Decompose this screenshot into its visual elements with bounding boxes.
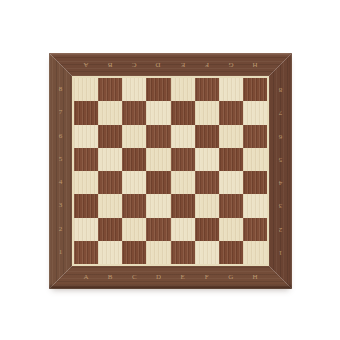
square-f2 bbox=[195, 218, 219, 241]
product-photo-background: ABCDEFGH ABCDEFGH 87654321 87654321 bbox=[0, 0, 340, 340]
square-h7 bbox=[243, 101, 267, 124]
square-b3 bbox=[98, 194, 122, 217]
file-label: G bbox=[219, 266, 243, 289]
square-c1 bbox=[122, 241, 146, 264]
rank-label: 4 bbox=[49, 171, 72, 194]
square-e6 bbox=[171, 125, 195, 148]
square-d6 bbox=[146, 125, 170, 148]
square-b5 bbox=[98, 148, 122, 171]
square-a4 bbox=[74, 171, 98, 194]
square-c2 bbox=[122, 218, 146, 241]
rank-label: 5 bbox=[269, 148, 292, 171]
rank-label: 1 bbox=[269, 241, 292, 264]
square-a1 bbox=[74, 241, 98, 264]
square-e7 bbox=[171, 101, 195, 124]
square-a7 bbox=[74, 101, 98, 124]
square-e8 bbox=[171, 78, 195, 101]
square-b1 bbox=[98, 241, 122, 264]
rank-label: 2 bbox=[49, 218, 72, 241]
file-label: C bbox=[122, 266, 146, 289]
square-c6 bbox=[122, 125, 146, 148]
square-h4 bbox=[243, 171, 267, 194]
rank-label: 4 bbox=[269, 171, 292, 194]
playing-field bbox=[72, 76, 269, 266]
file-label: E bbox=[171, 266, 195, 289]
rank-label: 5 bbox=[49, 148, 72, 171]
file-label: A bbox=[74, 53, 98, 76]
square-e3 bbox=[171, 194, 195, 217]
rank-label: 8 bbox=[269, 78, 292, 101]
square-h6 bbox=[243, 125, 267, 148]
square-h8 bbox=[243, 78, 267, 101]
square-d3 bbox=[146, 194, 170, 217]
square-d2 bbox=[146, 218, 170, 241]
square-f7 bbox=[195, 101, 219, 124]
square-c4 bbox=[122, 171, 146, 194]
file-label: F bbox=[195, 266, 219, 289]
square-c7 bbox=[122, 101, 146, 124]
square-f5 bbox=[195, 148, 219, 171]
square-b2 bbox=[98, 218, 122, 241]
rank-labels-right: 87654321 bbox=[269, 78, 292, 264]
file-label: B bbox=[98, 53, 122, 76]
square-b7 bbox=[98, 101, 122, 124]
square-d1 bbox=[146, 241, 170, 264]
file-label: D bbox=[146, 53, 170, 76]
rank-labels-left: 87654321 bbox=[49, 78, 72, 264]
square-g4 bbox=[219, 171, 243, 194]
rank-label: 7 bbox=[269, 101, 292, 124]
square-c3 bbox=[122, 194, 146, 217]
file-label: E bbox=[171, 53, 195, 76]
square-a3 bbox=[74, 194, 98, 217]
square-b8 bbox=[98, 78, 122, 101]
square-e5 bbox=[171, 148, 195, 171]
squares-grid bbox=[74, 78, 267, 264]
file-label: G bbox=[219, 53, 243, 76]
square-b4 bbox=[98, 171, 122, 194]
square-g3 bbox=[219, 194, 243, 217]
chess-board: ABCDEFGH ABCDEFGH 87654321 87654321 bbox=[49, 53, 292, 289]
square-g2 bbox=[219, 218, 243, 241]
square-g7 bbox=[219, 101, 243, 124]
square-h3 bbox=[243, 194, 267, 217]
file-label: F bbox=[195, 53, 219, 76]
square-b6 bbox=[98, 125, 122, 148]
rank-label: 3 bbox=[49, 194, 72, 217]
square-f3 bbox=[195, 194, 219, 217]
file-label: D bbox=[146, 266, 170, 289]
rank-label: 7 bbox=[49, 101, 72, 124]
file-label: C bbox=[122, 53, 146, 76]
square-c8 bbox=[122, 78, 146, 101]
file-label: H bbox=[243, 53, 267, 76]
file-labels-bottom: ABCDEFGH bbox=[74, 266, 267, 289]
square-a2 bbox=[74, 218, 98, 241]
square-e2 bbox=[171, 218, 195, 241]
file-label: A bbox=[74, 266, 98, 289]
square-c5 bbox=[122, 148, 146, 171]
square-e4 bbox=[171, 171, 195, 194]
square-d7 bbox=[146, 101, 170, 124]
rank-label: 2 bbox=[269, 218, 292, 241]
file-labels-top: ABCDEFGH bbox=[74, 53, 267, 76]
square-a8 bbox=[74, 78, 98, 101]
file-label: H bbox=[243, 266, 267, 289]
square-f8 bbox=[195, 78, 219, 101]
square-d4 bbox=[146, 171, 170, 194]
square-f6 bbox=[195, 125, 219, 148]
square-h1 bbox=[243, 241, 267, 264]
rank-label: 6 bbox=[49, 125, 72, 148]
square-f1 bbox=[195, 241, 219, 264]
square-g1 bbox=[219, 241, 243, 264]
rank-label: 3 bbox=[269, 194, 292, 217]
square-a5 bbox=[74, 148, 98, 171]
square-g8 bbox=[219, 78, 243, 101]
square-d8 bbox=[146, 78, 170, 101]
rank-label: 1 bbox=[49, 241, 72, 264]
square-h5 bbox=[243, 148, 267, 171]
square-f4 bbox=[195, 171, 219, 194]
square-h2 bbox=[243, 218, 267, 241]
file-label: B bbox=[98, 266, 122, 289]
rank-label: 6 bbox=[269, 125, 292, 148]
square-e1 bbox=[171, 241, 195, 264]
square-g5 bbox=[219, 148, 243, 171]
square-a6 bbox=[74, 125, 98, 148]
square-d5 bbox=[146, 148, 170, 171]
rank-label: 8 bbox=[49, 78, 72, 101]
square-g6 bbox=[219, 125, 243, 148]
